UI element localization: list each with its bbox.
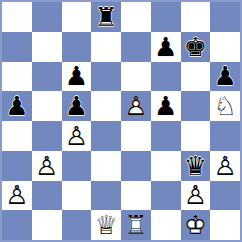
square-h8[interactable]: [210, 2, 240, 32]
square-f1[interactable]: [151, 210, 181, 240]
square-h6[interactable]: ♟: [210, 62, 240, 92]
square-e3[interactable]: [121, 151, 151, 181]
square-c8[interactable]: [62, 2, 92, 32]
square-b4[interactable]: [32, 121, 62, 151]
chess-board-container: ♜♟♚♟♟♟♟♟♙♟♞♘♟♙♟♙♛♟♙♟♙♟♙♛♕♜♖♚♔: [0, 0, 242, 242]
black-pawn-glyph: ♟: [151, 32, 181, 62]
black-king-glyph: ♚: [181, 32, 211, 62]
white-pawn[interactable]: ♟♙: [181, 181, 211, 211]
square-a6[interactable]: [2, 62, 32, 92]
square-c1[interactable]: [62, 210, 92, 240]
white-pawn[interactable]: ♟♙: [62, 121, 92, 151]
square-d3[interactable]: [91, 151, 121, 181]
square-g7[interactable]: ♚: [181, 32, 211, 62]
square-e4[interactable]: [121, 121, 151, 151]
square-f8[interactable]: [151, 2, 181, 32]
square-d5[interactable]: [91, 91, 121, 121]
white-knight[interactable]: ♞♘: [210, 91, 240, 121]
white-king-outline: ♔: [181, 210, 211, 240]
square-a4[interactable]: [2, 121, 32, 151]
square-c6[interactable]: ♟: [62, 62, 92, 92]
black-pawn-glyph: ♟: [62, 91, 92, 121]
square-a5[interactable]: ♟: [2, 91, 32, 121]
black-pawn[interactable]: ♟: [151, 91, 181, 121]
white-pawn-outline: ♙: [181, 181, 211, 211]
black-pawn[interactable]: ♟: [62, 91, 92, 121]
square-e7[interactable]: [121, 32, 151, 62]
black-queen-glyph: ♛: [181, 151, 211, 181]
square-b6[interactable]: [32, 62, 62, 92]
square-c2[interactable]: [62, 181, 92, 211]
square-f2[interactable]: [151, 181, 181, 211]
white-pawn[interactable]: ♟♙: [121, 91, 151, 121]
white-queen-outline: ♕: [91, 210, 121, 240]
chess-board: ♜♟♚♟♟♟♟♟♙♟♞♘♟♙♟♙♛♟♙♟♙♟♙♛♕♜♖♚♔: [0, 0, 242, 242]
square-e8[interactable]: [121, 2, 151, 32]
square-d4[interactable]: [91, 121, 121, 151]
square-h1[interactable]: [210, 210, 240, 240]
white-king[interactable]: ♚♔: [181, 210, 211, 240]
white-pawn-outline: ♙: [210, 151, 240, 181]
white-pawn-outline: ♙: [121, 91, 151, 121]
white-pawn[interactable]: ♟♙: [32, 151, 62, 181]
square-h2[interactable]: [210, 181, 240, 211]
square-g2[interactable]: ♟♙: [181, 181, 211, 211]
square-a3[interactable]: [2, 151, 32, 181]
white-rook[interactable]: ♜♖: [121, 210, 151, 240]
square-e2[interactable]: [121, 181, 151, 211]
square-b5[interactable]: [32, 91, 62, 121]
square-a2[interactable]: ♟♙: [2, 181, 32, 211]
square-g4[interactable]: [181, 121, 211, 151]
square-b8[interactable]: [32, 2, 62, 32]
white-pawn-outline: ♙: [2, 181, 32, 211]
square-g8[interactable]: [181, 2, 211, 32]
black-pawn-glyph: ♟: [210, 62, 240, 92]
square-b1[interactable]: [32, 210, 62, 240]
black-pawn-glyph: ♟: [151, 91, 181, 121]
white-pawn[interactable]: ♟♙: [210, 151, 240, 181]
square-h3[interactable]: ♟♙: [210, 151, 240, 181]
square-f3[interactable]: [151, 151, 181, 181]
square-f6[interactable]: [151, 62, 181, 92]
square-h4[interactable]: [210, 121, 240, 151]
square-d2[interactable]: [91, 181, 121, 211]
square-f4[interactable]: [151, 121, 181, 151]
square-g5[interactable]: [181, 91, 211, 121]
square-d7[interactable]: [91, 32, 121, 62]
square-f5[interactable]: ♟: [151, 91, 181, 121]
square-g6[interactable]: [181, 62, 211, 92]
white-rook-outline: ♖: [121, 210, 151, 240]
square-c5[interactable]: ♟: [62, 91, 92, 121]
white-pawn[interactable]: ♟♙: [2, 181, 32, 211]
black-pawn[interactable]: ♟: [151, 32, 181, 62]
black-pawn[interactable]: ♟: [62, 62, 92, 92]
black-pawn[interactable]: ♟: [2, 91, 32, 121]
square-h7[interactable]: [210, 32, 240, 62]
square-e5[interactable]: ♟♙: [121, 91, 151, 121]
black-pawn-glyph: ♟: [62, 62, 92, 92]
square-b3[interactable]: ♟♙: [32, 151, 62, 181]
square-e6[interactable]: [121, 62, 151, 92]
square-e1[interactable]: ♜♖: [121, 210, 151, 240]
white-queen[interactable]: ♛♕: [91, 210, 121, 240]
black-rook-glyph: ♜: [91, 2, 121, 32]
white-pawn-outline: ♙: [32, 151, 62, 181]
black-queen[interactable]: ♛: [181, 151, 211, 181]
square-g1[interactable]: ♚♔: [181, 210, 211, 240]
square-d8[interactable]: ♜: [91, 2, 121, 32]
black-king[interactable]: ♚: [181, 32, 211, 62]
square-h5[interactable]: ♞♘: [210, 91, 240, 121]
black-pawn[interactable]: ♟: [210, 62, 240, 92]
square-b2[interactable]: [32, 181, 62, 211]
black-rook[interactable]: ♜: [91, 2, 121, 32]
square-c4[interactable]: ♟♙: [62, 121, 92, 151]
square-c7[interactable]: [62, 32, 92, 62]
square-d6[interactable]: [91, 62, 121, 92]
square-a8[interactable]: [2, 2, 32, 32]
square-a1[interactable]: [2, 210, 32, 240]
white-pawn-outline: ♙: [62, 121, 92, 151]
black-pawn-glyph: ♟: [2, 91, 32, 121]
square-a7[interactable]: [2, 32, 32, 62]
white-knight-outline: ♘: [210, 91, 240, 121]
square-c3[interactable]: [62, 151, 92, 181]
square-b7[interactable]: [32, 32, 62, 62]
square-d1[interactable]: ♛♕: [91, 210, 121, 240]
square-g3[interactable]: ♛: [181, 151, 211, 181]
square-f7[interactable]: ♟: [151, 32, 181, 62]
